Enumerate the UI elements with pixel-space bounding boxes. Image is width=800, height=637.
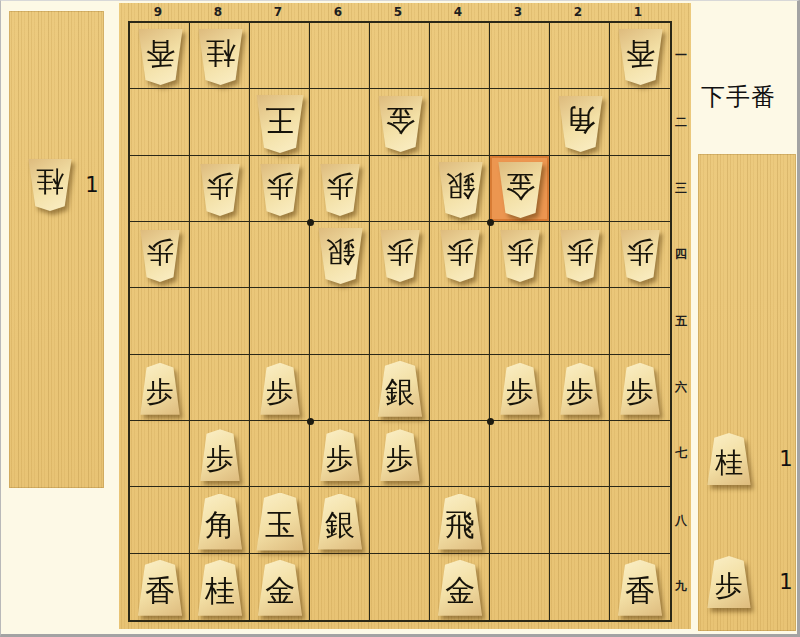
piece-kanji: 歩 xyxy=(626,378,654,406)
piece-kanji: 歩 xyxy=(326,172,354,200)
piece-kanji: 銀 xyxy=(325,238,355,268)
square-58[interactable] xyxy=(370,487,430,553)
piece-kanji: 歩 xyxy=(506,239,534,267)
file-label-9: 9 xyxy=(128,4,188,20)
file-label-4: 4 xyxy=(428,4,488,20)
square-18[interactable] xyxy=(610,487,670,553)
piece-kanji: 桂 xyxy=(205,39,235,69)
rank-label-2: 二 xyxy=(673,114,689,131)
shogi-piece-歩-sente[interactable]: 歩 xyxy=(139,363,181,415)
square-97[interactable] xyxy=(130,421,190,487)
shogi-piece-角-sente[interactable]: 角 xyxy=(197,494,244,550)
shogi-piece-玉-sente[interactable]: 玉 xyxy=(255,493,305,551)
rank-label-3: 三 xyxy=(673,180,689,197)
hand-count-桂: 1 xyxy=(79,173,105,197)
square-29[interactable] xyxy=(550,554,610,620)
piece-kanji: 桂 xyxy=(205,576,235,606)
shogi-piece-歩-gote[interactable]: 歩 xyxy=(619,230,661,282)
shogi-piece-桂-sente[interactable]: 桂 xyxy=(706,433,752,485)
square-38[interactable] xyxy=(490,487,550,553)
shogi-piece-香-gote[interactable]: 香 xyxy=(137,29,184,85)
piece-kanji: 歩 xyxy=(506,378,534,406)
square-13[interactable] xyxy=(610,156,670,222)
piece-kanji: 歩 xyxy=(206,445,234,473)
shogi-piece-歩-sente[interactable]: 歩 xyxy=(319,429,361,481)
square-35[interactable] xyxy=(490,288,550,354)
hoshi-dot xyxy=(487,219,494,226)
piece-kanji: 歩 xyxy=(626,239,654,267)
shogi-piece-香-sente[interactable]: 香 xyxy=(137,560,184,616)
piece-kanji: 金 xyxy=(505,171,535,201)
shogi-piece-金-gote[interactable]: 金 xyxy=(377,96,424,152)
shogi-piece-王-gote[interactable]: 王 xyxy=(255,95,305,153)
square-31[interactable] xyxy=(490,23,550,89)
shogi-piece-銀-sente[interactable]: 銀 xyxy=(377,361,424,417)
shogi-piece-歩-gote[interactable]: 歩 xyxy=(319,164,361,216)
sente-captured-tray: 桂1歩1 xyxy=(698,154,796,631)
file-label-5: 5 xyxy=(368,4,428,20)
shogi-piece-飛-sente[interactable]: 飛 xyxy=(437,494,484,550)
shogi-piece-角-gote[interactable]: 角 xyxy=(557,96,604,152)
shogi-board: 987654321 香桂香王金角歩歩歩銀金歩銀歩歩歩歩歩歩歩銀歩歩歩歩歩歩角玉銀… xyxy=(119,3,691,629)
shogi-piece-歩-gote[interactable]: 歩 xyxy=(499,230,541,282)
piece-kanji: 歩 xyxy=(566,378,594,406)
square-42[interactable] xyxy=(430,89,490,155)
square-95[interactable] xyxy=(130,288,190,354)
file-label-1: 1 xyxy=(608,4,668,20)
shogi-piece-桂-sente[interactable]: 桂 xyxy=(197,560,244,616)
shogi-piece-歩-sente[interactable]: 歩 xyxy=(619,363,661,415)
rank-label-1: 一 xyxy=(673,47,689,64)
square-46[interactable] xyxy=(430,355,490,421)
turn-indicator: 下手番 xyxy=(701,81,797,113)
square-47[interactable] xyxy=(430,421,490,487)
piece-kanji: 歩 xyxy=(326,445,354,473)
piece-kanji: 銀 xyxy=(385,377,415,407)
piece-kanji: 歩 xyxy=(206,172,234,200)
square-98[interactable] xyxy=(130,487,190,553)
square-62[interactable] xyxy=(310,89,370,155)
shogi-piece-歩-sente[interactable]: 歩 xyxy=(499,363,541,415)
shogi-piece-銀-gote[interactable]: 銀 xyxy=(317,228,364,284)
shogi-piece-歩-sente[interactable]: 歩 xyxy=(379,429,421,481)
shogi-piece-歩-gote[interactable]: 歩 xyxy=(559,230,601,282)
piece-kanji: 王 xyxy=(265,105,295,135)
square-27[interactable] xyxy=(550,421,610,487)
square-92[interactable] xyxy=(130,89,190,155)
shogi-piece-金-sente[interactable]: 金 xyxy=(437,560,484,616)
shogi-piece-銀-gote[interactable]: 銀 xyxy=(437,162,484,218)
piece-kanji: 香 xyxy=(625,39,655,69)
shogi-piece-歩-gote[interactable]: 歩 xyxy=(259,164,301,216)
piece-kanji: 香 xyxy=(625,576,655,606)
shogi-piece-歩-gote[interactable]: 歩 xyxy=(379,230,421,282)
square-25[interactable] xyxy=(550,288,610,354)
square-21[interactable] xyxy=(550,23,610,89)
square-85[interactable] xyxy=(190,288,250,354)
square-74[interactable] xyxy=(250,222,310,288)
hoshi-dot xyxy=(307,219,314,226)
rank-label-7: 七 xyxy=(673,445,689,462)
piece-kanji: 香 xyxy=(145,39,175,69)
square-66[interactable] xyxy=(310,355,370,421)
square-55[interactable] xyxy=(370,288,430,354)
square-12[interactable] xyxy=(610,89,670,155)
shogi-piece-歩-gote[interactable]: 歩 xyxy=(439,230,481,282)
square-32[interactable] xyxy=(490,89,550,155)
square-51[interactable] xyxy=(370,23,430,89)
piece-kanji: 歩 xyxy=(146,378,174,406)
piece-kanji: 銀 xyxy=(445,171,475,201)
square-71[interactable] xyxy=(250,23,310,89)
piece-kanji: 桂 xyxy=(36,168,64,196)
file-label-3: 3 xyxy=(488,4,548,20)
square-39[interactable] xyxy=(490,554,550,620)
square-69[interactable] xyxy=(310,554,370,620)
square-93[interactable] xyxy=(130,156,190,222)
shogi-piece-金-sente[interactable]: 金 xyxy=(257,560,304,616)
rank-label-4: 四 xyxy=(673,246,689,263)
gote-captured-tray: 桂1 xyxy=(9,11,104,488)
square-82[interactable] xyxy=(190,89,250,155)
square-15[interactable] xyxy=(610,288,670,354)
square-61[interactable] xyxy=(310,23,370,89)
rank-label-6: 六 xyxy=(673,379,689,396)
piece-kanji: 角 xyxy=(205,510,235,540)
hoshi-dot xyxy=(307,418,314,425)
shogi-piece-歩-sente[interactable]: 歩 xyxy=(559,363,601,415)
square-65[interactable] xyxy=(310,288,370,354)
piece-kanji: 歩 xyxy=(386,445,414,473)
file-labels: 987654321 xyxy=(128,4,668,20)
shogi-piece-桂-gote[interactable]: 桂 xyxy=(27,159,73,211)
piece-kanji: 歩 xyxy=(446,239,474,267)
file-label-8: 8 xyxy=(188,4,248,20)
shogi-piece-桂-gote[interactable]: 桂 xyxy=(197,29,244,85)
piece-kanji: 歩 xyxy=(266,378,294,406)
piece-kanji: 玉 xyxy=(265,510,295,540)
piece-kanji: 金 xyxy=(265,576,295,606)
piece-kanji: 金 xyxy=(385,105,415,135)
square-77[interactable] xyxy=(250,421,310,487)
square-84[interactable] xyxy=(190,222,250,288)
shogi-piece-歩-gote[interactable]: 歩 xyxy=(199,164,241,216)
square-59[interactable] xyxy=(370,554,430,620)
square-53[interactable] xyxy=(370,156,430,222)
square-28[interactable] xyxy=(550,487,610,553)
square-45[interactable] xyxy=(430,288,490,354)
shogi-piece-香-gote[interactable]: 香 xyxy=(617,29,664,85)
piece-kanji: 飛 xyxy=(445,510,475,540)
shogi-piece-金-gote[interactable]: 金 xyxy=(497,162,544,218)
square-17[interactable] xyxy=(610,421,670,487)
piece-kanji: 香 xyxy=(145,576,175,606)
file-label-2: 2 xyxy=(548,4,608,20)
piece-kanji: 銀 xyxy=(325,510,355,540)
shogi-piece-銀-sente[interactable]: 銀 xyxy=(317,494,364,550)
piece-kanji: 歩 xyxy=(386,239,414,267)
square-41[interactable] xyxy=(430,23,490,89)
piece-kanji: 歩 xyxy=(146,239,174,267)
shogi-piece-歩-gote[interactable]: 歩 xyxy=(139,230,181,282)
square-37[interactable] xyxy=(490,421,550,487)
file-label-6: 6 xyxy=(308,4,368,20)
rank-label-8: 八 xyxy=(673,512,689,529)
shogi-piece-香-sente[interactable]: 香 xyxy=(617,560,664,616)
shogi-piece-歩-sente[interactable]: 歩 xyxy=(259,363,301,415)
rank-label-9: 九 xyxy=(673,578,689,595)
rank-label-5: 五 xyxy=(673,313,689,330)
piece-kanji: 桂 xyxy=(715,449,743,477)
hand-count-歩: 1 xyxy=(773,570,799,594)
piece-kanji: 歩 xyxy=(266,172,294,200)
piece-kanji: 金 xyxy=(445,576,475,606)
square-75[interactable] xyxy=(250,288,310,354)
piece-kanji: 歩 xyxy=(566,239,594,267)
square-23[interactable] xyxy=(550,156,610,222)
shogi-piece-歩-sente[interactable]: 歩 xyxy=(706,556,752,608)
hand-count-桂: 1 xyxy=(773,447,799,471)
piece-kanji: 歩 xyxy=(715,572,743,600)
piece-kanji: 角 xyxy=(565,105,595,135)
file-label-7: 7 xyxy=(248,4,308,20)
square-86[interactable] xyxy=(190,355,250,421)
hoshi-dot xyxy=(487,418,494,425)
shogi-piece-歩-sente[interactable]: 歩 xyxy=(199,429,241,481)
